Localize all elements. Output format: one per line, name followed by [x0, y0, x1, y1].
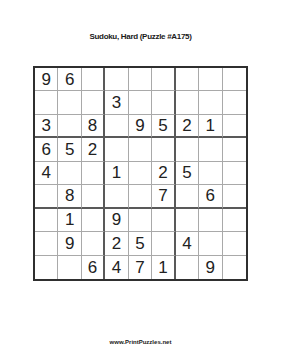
cell-r8c8: [199, 232, 222, 255]
cell-r3c1: 3: [35, 115, 58, 138]
cell-r6c6: 7: [152, 185, 175, 208]
cell-r2c8: [199, 91, 222, 114]
cell-r2c1: [35, 91, 58, 114]
cell-r8c7: 4: [176, 232, 199, 255]
cell-r9c1: [35, 256, 58, 279]
cell-r6c4: [105, 185, 128, 208]
cell-r8c5: 5: [129, 232, 152, 255]
cell-r7c9: [223, 209, 246, 232]
cell-r3c8: 1: [199, 115, 222, 138]
cell-r1c7: [176, 68, 199, 91]
cell-r8c2: 9: [58, 232, 81, 255]
cell-r5c8: [199, 162, 222, 185]
cell-r7c4: 9: [105, 209, 128, 232]
cell-r2c7: [176, 91, 199, 114]
cell-r1c2: 6: [58, 68, 81, 91]
footer-url: www.PrintPuzzles.net: [0, 339, 281, 345]
cell-r8c3: [82, 232, 105, 255]
cell-r7c3: [82, 209, 105, 232]
cell-r6c8: 6: [199, 185, 222, 208]
sudoku-board: 963389521652412587619925464719: [33, 66, 248, 281]
cell-r1c4: [105, 68, 128, 91]
cell-r5c6: 2: [152, 162, 175, 185]
cell-r6c2: 8: [58, 185, 81, 208]
cell-r9c9: [223, 256, 246, 279]
cell-r9c7: [176, 256, 199, 279]
cell-r9c4: 4: [105, 256, 128, 279]
cell-r9c3: 6: [82, 256, 105, 279]
cell-r9c2: [58, 256, 81, 279]
cell-r2c2: [58, 91, 81, 114]
cell-r8c1: [35, 232, 58, 255]
cell-r3c5: 9: [129, 115, 152, 138]
cell-r4c2: 5: [58, 138, 81, 161]
cell-r3c4: [105, 115, 128, 138]
cell-r4c1: 6: [35, 138, 58, 161]
sudoku-page: Sudoku, Hard (Puzzle #A175) 963389521652…: [0, 0, 281, 363]
cell-r6c7: [176, 185, 199, 208]
cell-r4c4: [105, 138, 128, 161]
cell-r5c1: 4: [35, 162, 58, 185]
cell-r4c9: [223, 138, 246, 161]
cell-r5c7: 5: [176, 162, 199, 185]
cell-r5c5: [129, 162, 152, 185]
cell-r7c8: [199, 209, 222, 232]
cell-r9c8: 9: [199, 256, 222, 279]
cell-r4c5: [129, 138, 152, 161]
cell-r3c3: 8: [82, 115, 105, 138]
cell-r5c2: [58, 162, 81, 185]
cell-r3c7: 2: [176, 115, 199, 138]
cell-r2c9: [223, 91, 246, 114]
cell-r4c7: [176, 138, 199, 161]
cell-r3c2: [58, 115, 81, 138]
cell-r7c7: [176, 209, 199, 232]
cell-r2c3: [82, 91, 105, 114]
cell-r4c6: [152, 138, 175, 161]
cell-r8c9: [223, 232, 246, 255]
cell-r6c1: [35, 185, 58, 208]
cell-r6c9: [223, 185, 246, 208]
cell-r1c6: [152, 68, 175, 91]
cell-r5c9: [223, 162, 246, 185]
cell-r5c4: 1: [105, 162, 128, 185]
cell-r7c5: [129, 209, 152, 232]
cell-r6c3: [82, 185, 105, 208]
cell-r7c1: [35, 209, 58, 232]
cell-r1c1: 9: [35, 68, 58, 91]
cell-r1c3: [82, 68, 105, 91]
cell-r3c9: [223, 115, 246, 138]
cell-r3c6: 5: [152, 115, 175, 138]
cell-r6c5: [129, 185, 152, 208]
cell-r7c2: 1: [58, 209, 81, 232]
cell-r5c3: [82, 162, 105, 185]
cell-r8c4: 2: [105, 232, 128, 255]
cell-r8c6: [152, 232, 175, 255]
cell-r2c6: [152, 91, 175, 114]
cell-r1c9: [223, 68, 246, 91]
cell-r2c5: [129, 91, 152, 114]
cell-r4c3: 2: [82, 138, 105, 161]
cell-r7c6: [152, 209, 175, 232]
cell-r4c8: [199, 138, 222, 161]
puzzle-title: Sudoku, Hard (Puzzle #A175): [0, 32, 281, 41]
cell-r1c8: [199, 68, 222, 91]
cell-r2c4: 3: [105, 91, 128, 114]
cell-r9c6: 1: [152, 256, 175, 279]
cell-r1c5: [129, 68, 152, 91]
cell-r9c5: 7: [129, 256, 152, 279]
